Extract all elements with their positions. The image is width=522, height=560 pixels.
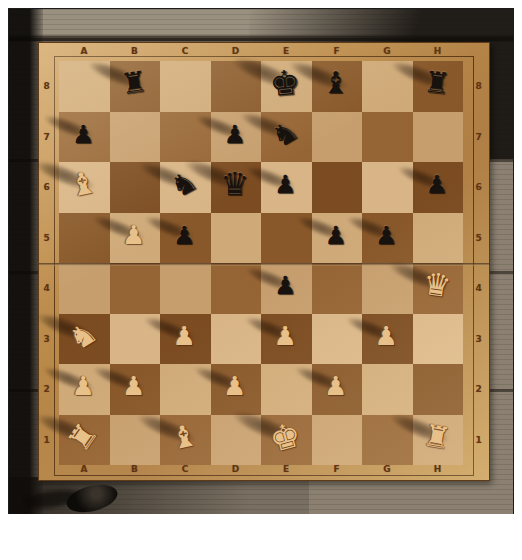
square-a8[interactable]	[59, 61, 110, 112]
piece-white-rook-h1[interactable]: ♜	[421, 420, 453, 454]
square-d1[interactable]	[211, 415, 262, 466]
photograph: ABCDEFGHABCDEFGH8765432187654321 ♜♚♝♜♟♟♞…	[8, 8, 514, 515]
piece-white-queen-h4[interactable]: ♛	[421, 268, 453, 303]
file-label-bottom-A: A	[81, 464, 88, 474]
file-label-bottom-F: F	[333, 464, 340, 474]
piece-black-pawn-f5[interactable]: ♟	[325, 223, 347, 248]
square-b7[interactable]	[110, 112, 161, 163]
file-label-bottom-B: B	[131, 464, 138, 474]
square-h2[interactable]	[413, 364, 464, 415]
square-c7[interactable]	[160, 112, 211, 163]
square-c8[interactable]	[160, 61, 211, 112]
rank-label-right-7: 7	[476, 132, 483, 142]
file-label-top-E: E	[283, 46, 290, 56]
square-f6[interactable]	[312, 162, 363, 213]
rank-label-right-2: 2	[476, 384, 483, 394]
file-label-bottom-E: E	[283, 464, 290, 474]
square-a5[interactable]	[59, 213, 110, 264]
file-label-top-G: G	[383, 46, 391, 56]
rank-label-left-5: 5	[44, 233, 51, 243]
rank-label-right-4: 4	[476, 283, 483, 293]
square-d3[interactable]	[211, 314, 262, 365]
rank-label-right-5: 5	[476, 233, 483, 243]
piece-black-pawn-h6[interactable]: ♟	[426, 172, 448, 197]
square-h5[interactable]	[413, 213, 464, 264]
piece-white-pawn-b5[interactable]: ♟	[122, 222, 145, 248]
photo-bottom-margin	[0, 514, 522, 560]
rank-label-left-6: 6	[44, 182, 51, 192]
rank-label-left-3: 3	[44, 334, 51, 344]
board-fold-seam	[39, 263, 489, 266]
plank-gap	[9, 38, 513, 41]
file-label-top-H: H	[434, 46, 442, 56]
rank-label-right-6: 6	[476, 182, 483, 192]
square-d5[interactable]	[211, 213, 262, 264]
square-g7[interactable]	[362, 112, 413, 163]
rank-label-left-8: 8	[44, 81, 51, 91]
piece-black-pawn-e4[interactable]: ♟	[274, 273, 296, 298]
rank-label-left-4: 4	[44, 283, 51, 293]
piece-black-rook-b8[interactable]: ♜	[119, 67, 149, 99]
square-f1[interactable]	[312, 415, 363, 466]
rank-label-right-8: 8	[476, 81, 483, 91]
file-label-top-D: D	[232, 46, 240, 56]
square-g1[interactable]	[362, 415, 413, 466]
piece-white-pawn-a2[interactable]: ♟	[72, 374, 95, 400]
square-d8[interactable]	[211, 61, 262, 112]
square-h3[interactable]	[413, 314, 464, 365]
chess-board: ABCDEFGHABCDEFGH8765432187654321	[38, 42, 490, 481]
square-c4[interactable]	[160, 263, 211, 314]
piece-white-pawn-d2[interactable]: ♟	[223, 374, 246, 400]
file-label-bottom-D: D	[232, 464, 240, 474]
square-f4[interactable]	[312, 263, 363, 314]
file-label-top-B: B	[131, 46, 138, 56]
piece-black-pawn-c5[interactable]: ♟	[173, 223, 195, 248]
file-label-top-F: F	[333, 46, 340, 56]
square-e5[interactable]	[261, 213, 312, 264]
piece-white-pawn-g3[interactable]: ♟	[375, 323, 398, 349]
square-e2[interactable]	[261, 364, 312, 415]
file-label-top-A: A	[81, 46, 88, 56]
square-h7[interactable]	[413, 112, 464, 163]
square-g8[interactable]	[362, 61, 413, 112]
rank-label-right-3: 3	[476, 334, 483, 344]
rank-label-left-1: 1	[44, 435, 51, 445]
square-f7[interactable]	[312, 112, 363, 163]
rank-label-right-1: 1	[476, 435, 483, 445]
square-a4[interactable]	[59, 263, 110, 314]
piece-white-pawn-e3[interactable]: ♟	[274, 323, 297, 349]
square-f3[interactable]	[312, 314, 363, 365]
square-b6[interactable]	[110, 162, 161, 213]
piece-white-pawn-c3[interactable]: ♟	[173, 323, 196, 349]
file-label-top-C: C	[182, 46, 189, 56]
piece-black-bishop-f8[interactable]: ♝	[322, 68, 349, 98]
piece-black-rook-h8[interactable]: ♜	[422, 68, 451, 100]
piece-black-pawn-e6[interactable]: ♟	[274, 172, 296, 197]
file-label-bottom-G: G	[383, 464, 391, 474]
piece-black-king-e8[interactable]: ♚	[269, 65, 302, 102]
piece-black-pawn-d7[interactable]: ♟	[224, 122, 246, 147]
square-d4[interactable]	[211, 263, 262, 314]
piece-black-queen-d6[interactable]: ♛	[220, 168, 249, 200]
square-b1[interactable]	[110, 415, 161, 466]
square-g2[interactable]	[362, 364, 413, 415]
piece-black-pawn-g5[interactable]: ♟	[375, 223, 397, 248]
piece-white-pawn-b2[interactable]: ♟	[122, 374, 145, 400]
file-label-bottom-C: C	[182, 464, 189, 474]
file-label-bottom-H: H	[434, 464, 442, 474]
rank-label-left-2: 2	[44, 384, 51, 394]
square-c2[interactable]	[160, 364, 211, 415]
square-g6[interactable]	[362, 162, 413, 213]
piece-white-pawn-f2[interactable]: ♟	[324, 374, 347, 400]
square-g4[interactable]	[362, 263, 413, 314]
square-b3[interactable]	[110, 314, 161, 365]
square-b4[interactable]	[110, 263, 161, 314]
piece-black-pawn-a7[interactable]: ♟	[72, 122, 94, 147]
rank-label-left-7: 7	[44, 132, 51, 142]
